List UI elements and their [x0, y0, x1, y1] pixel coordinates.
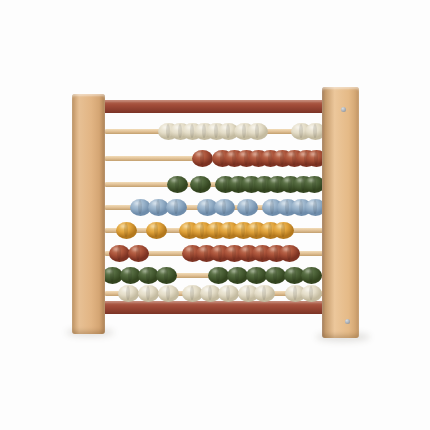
bead-green[interactable] [265, 267, 286, 284]
bead-cream[interactable] [218, 285, 239, 302]
bead-cream[interactable] [118, 285, 139, 302]
bead-cream[interactable] [301, 285, 322, 302]
bead-green[interactable] [167, 176, 188, 193]
abacus-photo [0, 0, 430, 430]
bead-yellow[interactable] [116, 222, 137, 239]
bead-yellow[interactable] [273, 222, 294, 239]
bead-blue[interactable] [166, 199, 187, 216]
bead-green[interactable] [156, 267, 177, 284]
frame-right-post [322, 87, 359, 338]
bead-green[interactable] [301, 267, 322, 284]
bead-green[interactable] [246, 267, 267, 284]
bead-blue[interactable] [237, 199, 258, 216]
frame-left-post [72, 94, 105, 334]
screw-icon [341, 107, 346, 112]
bead-green[interactable] [208, 267, 229, 284]
bead-green[interactable] [190, 176, 211, 193]
bead-rust[interactable] [192, 150, 213, 167]
frame-top-bar [94, 100, 332, 113]
bead-rust[interactable] [279, 245, 300, 262]
frame-bottom-bar [94, 301, 332, 314]
bead-rust[interactable] [109, 245, 130, 262]
bead-yellow[interactable] [146, 222, 167, 239]
bead-rust[interactable] [128, 245, 149, 262]
bead-cream[interactable] [254, 285, 275, 302]
bead-blue[interactable] [214, 199, 235, 216]
bead-green[interactable] [227, 267, 248, 284]
bead-cream[interactable] [158, 285, 179, 302]
bead-cream[interactable] [247, 123, 268, 140]
screw-icon [345, 319, 350, 324]
bead-cream[interactable] [138, 285, 159, 302]
